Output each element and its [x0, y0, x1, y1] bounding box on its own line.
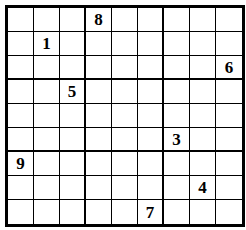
cell-r1c2[interactable]	[34, 8, 60, 32]
given-digit: 1	[42, 35, 51, 52]
cell-r7c5[interactable]	[112, 152, 138, 176]
cell-r3c3[interactable]	[60, 56, 86, 80]
cell-r3c2[interactable]	[34, 56, 60, 80]
cell-r2c5[interactable]	[112, 32, 138, 56]
cell-r5c9[interactable]	[216, 104, 242, 128]
cell-r9c8[interactable]	[190, 200, 216, 224]
cell-r6c3[interactable]	[60, 128, 86, 152]
cell-r3c7[interactable]	[164, 56, 190, 80]
sudoku-board: 81653947	[5, 5, 245, 227]
given-digit: 8	[94, 11, 103, 28]
cell-r7c8[interactable]	[190, 152, 216, 176]
cell-r1c3[interactable]	[60, 8, 86, 32]
given-digit: 9	[16, 155, 25, 172]
cell-r2c9[interactable]	[216, 32, 242, 56]
given-digit: 3	[172, 131, 181, 148]
cell-r6c4[interactable]	[86, 128, 112, 152]
cell-r7c6[interactable]	[138, 152, 164, 176]
given-digit: 5	[68, 83, 77, 100]
cell-r2c6[interactable]	[138, 32, 164, 56]
cell-r7c9[interactable]	[216, 152, 242, 176]
cell-r6c8[interactable]	[190, 128, 216, 152]
cell-r1c6[interactable]	[138, 8, 164, 32]
cell-r2c2: 1	[34, 32, 60, 56]
cell-r8c2[interactable]	[34, 176, 60, 200]
cell-r2c3[interactable]	[60, 32, 86, 56]
cell-r5c8[interactable]	[190, 104, 216, 128]
cell-r4c8[interactable]	[190, 80, 216, 104]
cell-r8c1[interactable]	[8, 176, 34, 200]
cell-r8c8: 4	[190, 176, 216, 200]
cell-r4c6[interactable]	[138, 80, 164, 104]
cell-r8c4[interactable]	[86, 176, 112, 200]
cell-r4c2[interactable]	[34, 80, 60, 104]
cell-r9c1[interactable]	[8, 200, 34, 224]
cell-r5c7[interactable]	[164, 104, 190, 128]
cell-r5c4[interactable]	[86, 104, 112, 128]
cell-r7c7[interactable]	[164, 152, 190, 176]
cell-r7c3[interactable]	[60, 152, 86, 176]
cell-r8c7[interactable]	[164, 176, 190, 200]
cell-r2c8[interactable]	[190, 32, 216, 56]
cell-r4c3: 5	[60, 80, 86, 104]
cell-r3c8[interactable]	[190, 56, 216, 80]
cell-r3c5[interactable]	[112, 56, 138, 80]
cell-r1c5[interactable]	[112, 8, 138, 32]
cell-r7c4[interactable]	[86, 152, 112, 176]
cell-r3c9: 6	[216, 56, 242, 80]
cell-r6c9[interactable]	[216, 128, 242, 152]
cell-r1c1[interactable]	[8, 8, 34, 32]
cell-r7c1: 9	[8, 152, 34, 176]
cell-r8c3[interactable]	[60, 176, 86, 200]
cell-r6c2[interactable]	[34, 128, 60, 152]
cell-r4c4[interactable]	[86, 80, 112, 104]
cell-r2c1[interactable]	[8, 32, 34, 56]
cell-r9c5[interactable]	[112, 200, 138, 224]
cell-r3c6[interactable]	[138, 56, 164, 80]
cell-r8c5[interactable]	[112, 176, 138, 200]
cell-r9c7[interactable]	[164, 200, 190, 224]
cell-r3c4[interactable]	[86, 56, 112, 80]
cell-r4c7[interactable]	[164, 80, 190, 104]
given-digit: 4	[198, 179, 207, 196]
cell-r8c6[interactable]	[138, 176, 164, 200]
cell-r6c7: 3	[164, 128, 190, 152]
cell-r1c7[interactable]	[164, 8, 190, 32]
cell-r5c6[interactable]	[138, 104, 164, 128]
cell-r9c6: 7	[138, 200, 164, 224]
cell-r9c3[interactable]	[60, 200, 86, 224]
cell-r9c9[interactable]	[216, 200, 242, 224]
cell-r4c9[interactable]	[216, 80, 242, 104]
cell-r6c1[interactable]	[8, 128, 34, 152]
cell-r3c1[interactable]	[8, 56, 34, 80]
cell-r2c4[interactable]	[86, 32, 112, 56]
cell-r4c5[interactable]	[112, 80, 138, 104]
cell-r7c2[interactable]	[34, 152, 60, 176]
cell-r6c5[interactable]	[112, 128, 138, 152]
cell-r1c4: 8	[86, 8, 112, 32]
cell-r6c6[interactable]	[138, 128, 164, 152]
cell-r4c1[interactable]	[8, 80, 34, 104]
cell-r8c9[interactable]	[216, 176, 242, 200]
cell-r9c2[interactable]	[34, 200, 60, 224]
cell-r1c9[interactable]	[216, 8, 242, 32]
cell-r2c7[interactable]	[164, 32, 190, 56]
sudoku-page: 81653947	[0, 0, 246, 227]
given-digit: 6	[225, 59, 234, 76]
cell-r9c4[interactable]	[86, 200, 112, 224]
cell-r1c8[interactable]	[190, 8, 216, 32]
cell-r5c3[interactable]	[60, 104, 86, 128]
cell-r5c5[interactable]	[112, 104, 138, 128]
cell-r5c1[interactable]	[8, 104, 34, 128]
cell-r5c2[interactable]	[34, 104, 60, 128]
given-digit: 7	[146, 204, 155, 221]
